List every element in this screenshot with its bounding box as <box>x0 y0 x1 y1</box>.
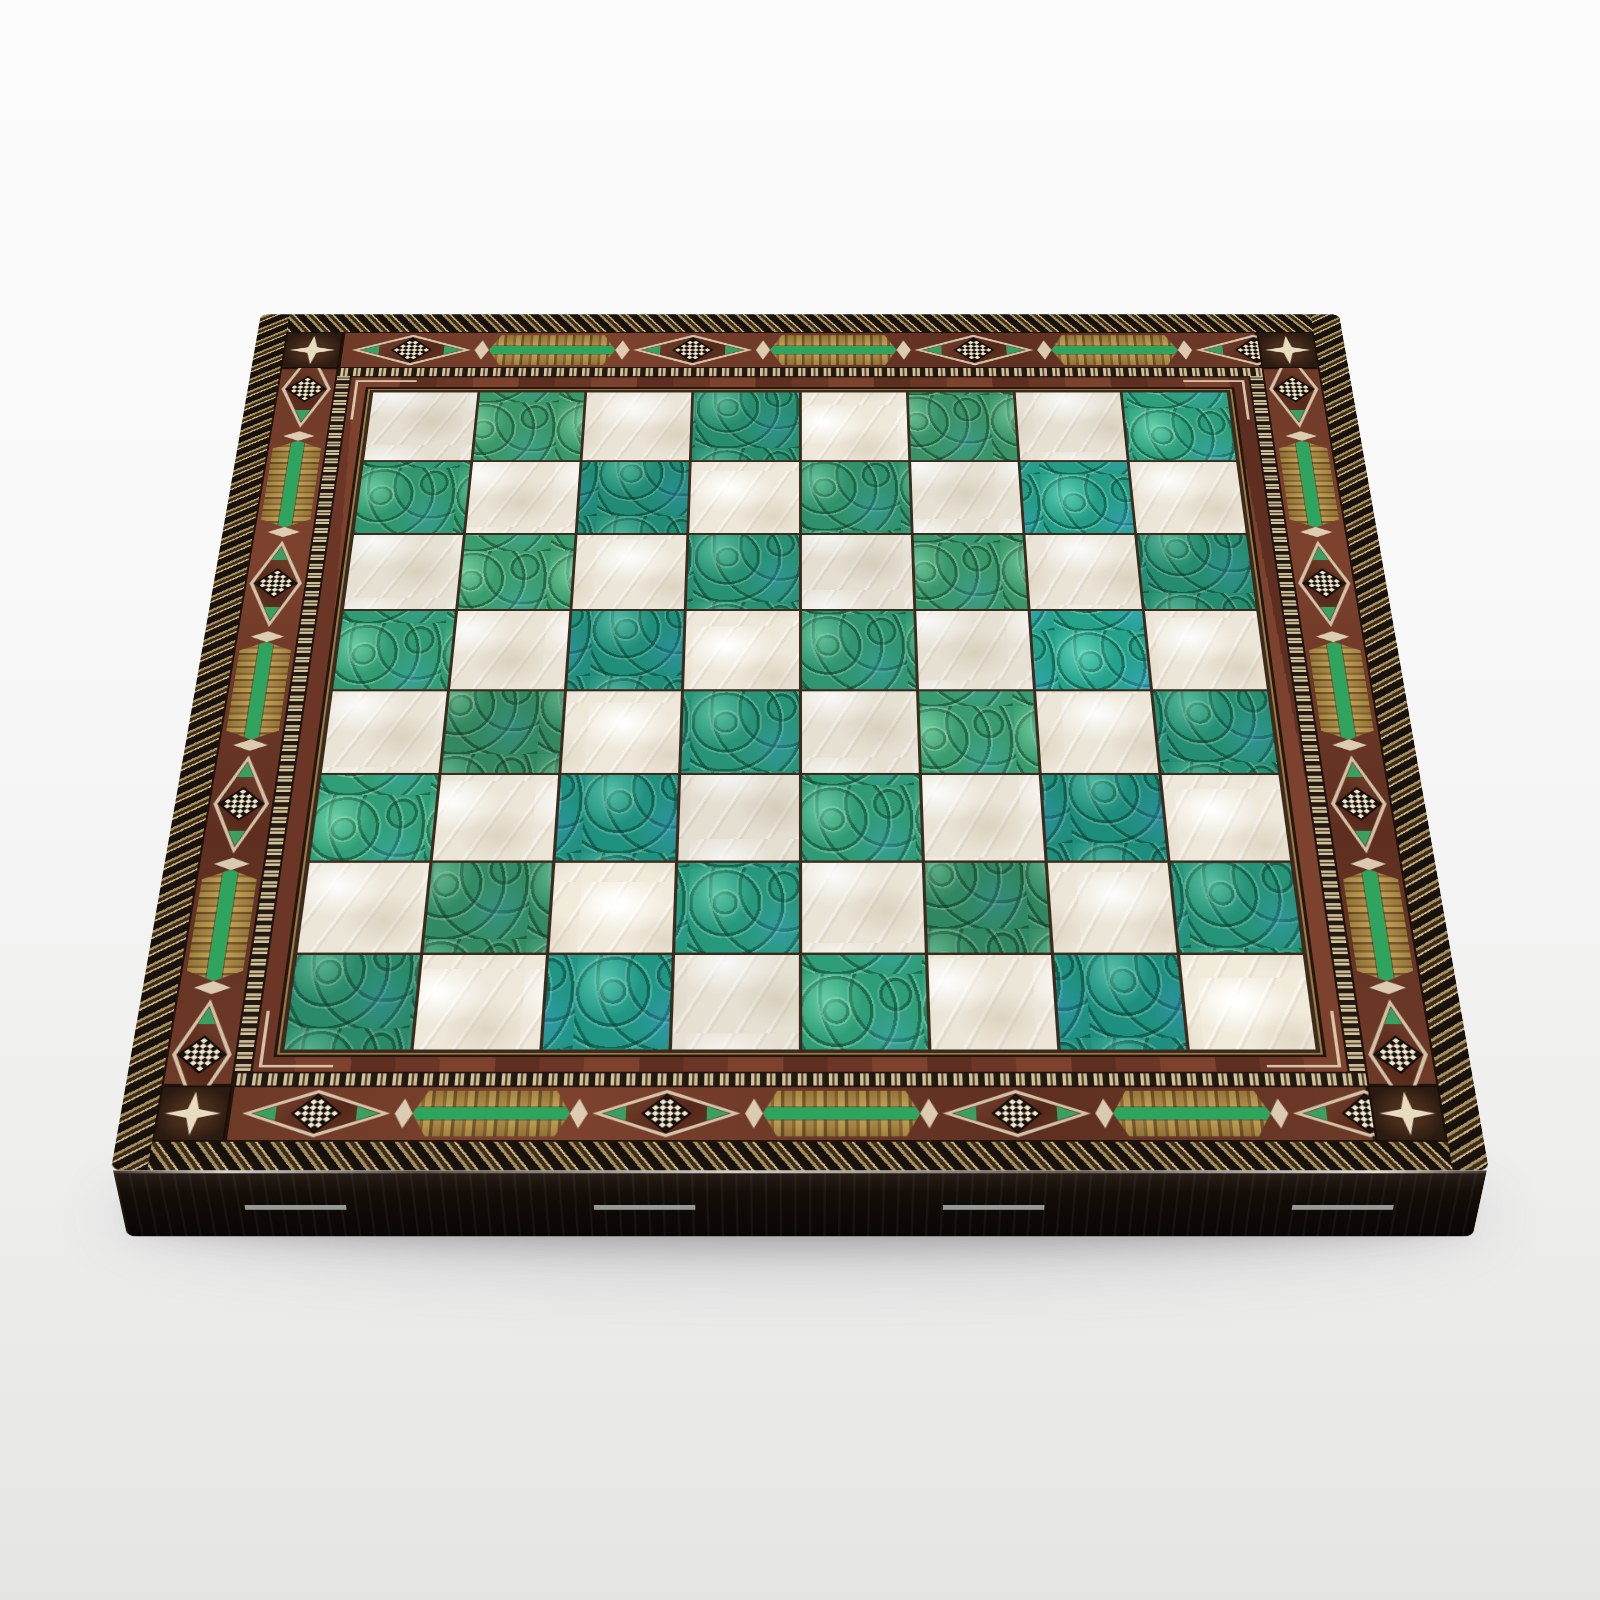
square-d8 <box>692 392 799 460</box>
wood-bar-motif <box>410 1091 571 1137</box>
diamond-eye-motif <box>1358 996 1438 1086</box>
wood-bar-motif <box>1050 335 1179 364</box>
square-g5 <box>1030 611 1149 689</box>
square-h6 <box>1137 535 1256 609</box>
diamond-separator <box>1269 1099 1291 1129</box>
square-h8 <box>1122 392 1235 460</box>
eye-green-tip <box>707 1106 730 1120</box>
wood-bar-motif <box>488 335 617 364</box>
eye-checker-inlay <box>991 1094 1042 1134</box>
eye-outline <box>1290 1090 1376 1137</box>
square-a3 <box>310 775 438 861</box>
diamond-separator <box>896 340 911 359</box>
square-e4 <box>802 691 919 772</box>
square-f2 <box>925 863 1051 953</box>
diamond-separator <box>615 340 631 359</box>
eye-outline <box>205 755 276 853</box>
square-d5 <box>684 611 798 689</box>
eye-checker-inlay <box>1335 787 1382 821</box>
diamond-separator <box>1349 858 1387 870</box>
eye-body <box>1365 1006 1431 1086</box>
diamond-eye-motif <box>937 1089 1097 1138</box>
square-e8 <box>801 392 908 460</box>
eye-green-tip <box>603 1106 626 1120</box>
wood-bar-motif <box>770 335 897 364</box>
square-a2 <box>297 863 429 953</box>
square-a6 <box>344 535 463 609</box>
square-a7 <box>354 462 470 533</box>
eye-green-tip <box>1355 830 1374 845</box>
diamond-eye-motif <box>910 334 1038 366</box>
eye-green-tip <box>252 1106 276 1120</box>
diamond-separator <box>756 340 771 359</box>
diamond-separator <box>232 739 268 751</box>
square-f7 <box>911 462 1022 533</box>
diamond-separator <box>920 1099 939 1129</box>
square-d4 <box>682 691 799 772</box>
square-b2 <box>424 863 553 953</box>
square-g3 <box>1042 775 1168 861</box>
square-f1 <box>928 955 1057 1050</box>
chess-board <box>111 314 1489 1170</box>
wood-bar-motif <box>185 870 258 981</box>
diamond-separator <box>1299 527 1333 537</box>
diamond-eye-motif <box>1262 368 1326 430</box>
wood-bar-motif <box>1278 441 1340 527</box>
square-a4 <box>322 691 447 772</box>
square-c4 <box>562 691 682 772</box>
square-f5 <box>916 611 1033 689</box>
diamond-eye-motif <box>586 1089 745 1138</box>
eye-checker-inlay <box>1342 1094 1376 1134</box>
wood-bar-motif <box>1111 1091 1273 1137</box>
diamond-separator <box>282 431 315 441</box>
diamond-eye-motif <box>629 334 756 366</box>
square-d7 <box>690 462 799 533</box>
diamond-separator <box>1036 340 1052 359</box>
square-b3 <box>433 775 559 861</box>
square-d3 <box>679 775 799 861</box>
square-g1 <box>1054 955 1186 1050</box>
eye-outline <box>591 1090 741 1137</box>
diamond-separator <box>1331 739 1367 751</box>
square-g2 <box>1048 863 1177 953</box>
square-d6 <box>687 535 798 609</box>
border-mosaic-top <box>338 332 1261 368</box>
wood-bar-motif <box>225 642 292 740</box>
eye-outline <box>1360 999 1437 1085</box>
square-e5 <box>801 611 915 689</box>
square-c2 <box>550 863 676 953</box>
square-d2 <box>676 863 799 953</box>
square-e1 <box>802 955 928 1050</box>
eye-outline <box>942 1090 1093 1137</box>
square-d1 <box>672 955 798 1050</box>
square-c5 <box>567 611 684 689</box>
border-herringbone-left <box>111 314 290 1170</box>
eye-checker-inlay <box>218 787 265 821</box>
border-herringbone-bottom <box>111 1142 1489 1171</box>
square-b5 <box>450 611 569 689</box>
square-f4 <box>919 691 1039 772</box>
border-herringbone-top <box>258 314 1343 332</box>
diamond-separator <box>193 981 232 994</box>
square-a5 <box>333 611 455 689</box>
square-h1 <box>1180 955 1316 1050</box>
diamond-eye-motif <box>1190 334 1261 366</box>
eye-body <box>951 1093 1083 1133</box>
eye-green-tip <box>1057 1106 1080 1120</box>
eye-checker-inlay <box>291 1094 342 1134</box>
square-b1 <box>414 955 546 1050</box>
diamond-separator <box>1368 981 1407 994</box>
square-b8 <box>473 392 584 460</box>
corner-star-motif <box>1367 1086 1448 1142</box>
wood-bar-motif <box>1308 642 1375 740</box>
diamond-separator <box>267 527 301 537</box>
eye-body <box>168 1006 234 1086</box>
eye-green-tip <box>1344 762 1363 777</box>
wood-bar-motif <box>1342 870 1415 981</box>
diamond-separator <box>1094 1099 1114 1129</box>
diamond-eye-motif <box>241 538 310 630</box>
eye-body <box>248 1093 383 1133</box>
eye-body <box>210 761 271 847</box>
board-front-edge <box>113 1170 1487 1236</box>
square-h2 <box>1171 863 1303 953</box>
square-c8 <box>583 392 692 460</box>
corner-star-motif <box>152 1086 233 1142</box>
eye-body <box>1329 761 1390 847</box>
board-top-face <box>111 314 1489 1170</box>
diamond-separator <box>1285 431 1318 441</box>
square-g7 <box>1020 462 1134 533</box>
eye-checker-inlay <box>1373 1035 1423 1074</box>
square-b4 <box>442 691 564 772</box>
corner-L-inlay <box>259 1011 340 1068</box>
square-b6 <box>458 535 575 609</box>
square-h7 <box>1130 462 1246 533</box>
diamond-eye-motif <box>204 752 278 856</box>
square-a8 <box>364 392 477 460</box>
corner-L-inlay <box>1260 1011 1341 1068</box>
square-e2 <box>802 863 925 953</box>
diamond-eye-motif <box>1285 1089 1375 1138</box>
eye-green-tip <box>356 1106 380 1120</box>
corner-star-motif <box>280 332 343 368</box>
diamond-separator <box>213 858 251 870</box>
diamond-eye-motif <box>1322 752 1396 856</box>
eye-checker-inlay <box>177 1035 227 1074</box>
square-b7 <box>466 462 580 533</box>
eye-outline <box>239 1090 393 1137</box>
border-tickband-bottom <box>233 1073 1368 1085</box>
eye-green-tip <box>1382 1007 1402 1024</box>
square-g8 <box>1015 392 1126 460</box>
square-g4 <box>1036 691 1158 772</box>
diamond-eye-motif <box>274 368 338 430</box>
square-e3 <box>802 775 922 861</box>
eye-outline <box>163 999 240 1085</box>
square-h4 <box>1153 691 1278 772</box>
square-h5 <box>1145 611 1267 689</box>
square-c7 <box>578 462 689 533</box>
square-c1 <box>543 955 672 1050</box>
corner-star-motif <box>1256 332 1319 368</box>
square-g6 <box>1025 535 1142 609</box>
square-f3 <box>922 775 1045 861</box>
eye-checker-inlay <box>641 1094 692 1134</box>
diamond-separator <box>1315 631 1350 642</box>
wood-bar-motif <box>260 441 322 527</box>
diamond-separator <box>250 631 285 642</box>
square-e7 <box>801 462 910 533</box>
eye-body <box>1299 1093 1375 1133</box>
wood-bar-motif <box>763 1091 921 1137</box>
diamond-separator <box>569 1099 589 1129</box>
diamond-eye-motif <box>161 996 241 1086</box>
border-tickband-top <box>337 368 1262 376</box>
square-c3 <box>556 775 679 861</box>
eye-green-tip <box>198 1007 218 1024</box>
photo-background <box>0 0 1600 1600</box>
border-herringbone-right <box>1311 314 1490 1170</box>
border-mosaic-bottom <box>224 1086 1375 1142</box>
square-f6 <box>913 535 1027 609</box>
square-c6 <box>573 535 687 609</box>
eye-green-tip <box>237 762 256 777</box>
square-e6 <box>801 535 912 609</box>
square-h3 <box>1162 775 1290 861</box>
diamond-separator <box>745 1099 763 1129</box>
diamond-separator <box>393 1099 414 1129</box>
square-f8 <box>908 392 1017 460</box>
eye-green-tip <box>226 830 245 845</box>
diamond-separator <box>474 340 490 359</box>
eye-outline <box>1324 755 1395 853</box>
diamond-eye-motif <box>1290 538 1359 630</box>
diamond-eye-motif <box>346 334 476 366</box>
eye-body <box>600 1093 732 1133</box>
playing-field <box>277 389 1323 1055</box>
square-a1 <box>284 955 420 1050</box>
eye-green-tip <box>1303 1106 1327 1120</box>
eye-green-tip <box>954 1106 977 1120</box>
diamond-eye-motif <box>234 1089 397 1138</box>
